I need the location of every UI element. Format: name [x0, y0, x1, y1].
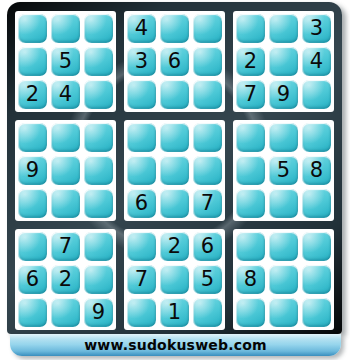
- cell-r1c3-empty[interactable]: [84, 14, 113, 43]
- box-1-1: 524: [15, 11, 116, 112]
- cell-r8c6-given[interactable]: 5: [193, 265, 222, 294]
- cell-r5c3-empty[interactable]: [84, 156, 113, 185]
- cell-r8c4-given[interactable]: 7: [127, 265, 156, 294]
- cell-r1c6-empty[interactable]: [193, 14, 222, 43]
- cell-r3c3-empty[interactable]: [84, 80, 113, 109]
- cell-r4c3-empty[interactable]: [84, 123, 113, 152]
- cell-r5c9-given[interactable]: 8: [302, 156, 331, 185]
- cell-r9c5-given[interactable]: 1: [160, 298, 189, 327]
- cell-r3c2-given[interactable]: 4: [51, 80, 80, 109]
- cell-r8c8-empty[interactable]: [269, 265, 298, 294]
- cell-r6c5-empty[interactable]: [160, 189, 189, 218]
- cell-r7c3-empty[interactable]: [84, 232, 113, 261]
- cell-r5c6-empty[interactable]: [193, 156, 222, 185]
- cell-r3c4-empty[interactable]: [127, 80, 156, 109]
- box-3-1: 7629: [15, 229, 116, 330]
- cell-r6c1-empty[interactable]: [18, 189, 47, 218]
- sudoku-board: 52443632479967587629267518: [15, 11, 334, 330]
- cell-r4c5-empty[interactable]: [160, 123, 189, 152]
- cell-r6c2-empty[interactable]: [51, 189, 80, 218]
- cell-r7c9-empty[interactable]: [302, 232, 331, 261]
- cell-r4c7-empty[interactable]: [236, 123, 265, 152]
- box-3-3: 8: [233, 229, 334, 330]
- cell-r6c7-empty[interactable]: [236, 189, 265, 218]
- box-3-2: 26751: [124, 229, 225, 330]
- cell-r2c7-given[interactable]: 2: [236, 47, 265, 76]
- cell-r6c9-empty[interactable]: [302, 189, 331, 218]
- cell-r7c8-empty[interactable]: [269, 232, 298, 261]
- cell-r3c7-given[interactable]: 7: [236, 80, 265, 109]
- cell-r2c3-empty[interactable]: [84, 47, 113, 76]
- cell-r2c2-given[interactable]: 5: [51, 47, 80, 76]
- cell-r1c2-empty[interactable]: [51, 14, 80, 43]
- cell-r4c8-empty[interactable]: [269, 123, 298, 152]
- cell-r3c6-empty[interactable]: [193, 80, 222, 109]
- cell-r7c6-given[interactable]: 6: [193, 232, 222, 261]
- cell-r6c3-empty[interactable]: [84, 189, 113, 218]
- cell-r9c9-empty[interactable]: [302, 298, 331, 327]
- cell-r4c9-empty[interactable]: [302, 123, 331, 152]
- box-1-2: 436: [124, 11, 225, 112]
- cell-r2c1-empty[interactable]: [18, 47, 47, 76]
- cell-r2c6-empty[interactable]: [193, 47, 222, 76]
- cell-r6c4-given[interactable]: 6: [127, 189, 156, 218]
- cell-r6c6-given[interactable]: 7: [193, 189, 222, 218]
- cell-r1c4-given[interactable]: 4: [127, 14, 156, 43]
- cell-r5c1-given[interactable]: 9: [18, 156, 47, 185]
- cell-r1c5-empty[interactable]: [160, 14, 189, 43]
- cell-r4c6-empty[interactable]: [193, 123, 222, 152]
- footer-site-link[interactable]: www.sudokusweb.com: [84, 337, 267, 353]
- cell-r7c2-given[interactable]: 7: [51, 232, 80, 261]
- cell-r4c4-empty[interactable]: [127, 123, 156, 152]
- cell-r3c9-empty[interactable]: [302, 80, 331, 109]
- cell-r5c4-empty[interactable]: [127, 156, 156, 185]
- cell-r7c5-given[interactable]: 2: [160, 232, 189, 261]
- cell-r8c9-empty[interactable]: [302, 265, 331, 294]
- cell-r5c8-given[interactable]: 5: [269, 156, 298, 185]
- cell-r8c2-given[interactable]: 2: [51, 265, 80, 294]
- box-2-1: 9: [15, 120, 116, 221]
- cell-r8c7-given[interactable]: 8: [236, 265, 265, 294]
- cell-r7c7-empty[interactable]: [236, 232, 265, 261]
- cell-r8c5-empty[interactable]: [160, 265, 189, 294]
- cell-r7c4-empty[interactable]: [127, 232, 156, 261]
- cell-r4c1-empty[interactable]: [18, 123, 47, 152]
- cell-r3c8-given[interactable]: 9: [269, 80, 298, 109]
- cell-r5c7-empty[interactable]: [236, 156, 265, 185]
- cell-r9c4-empty[interactable]: [127, 298, 156, 327]
- cell-r1c7-empty[interactable]: [236, 14, 265, 43]
- cell-r8c3-empty[interactable]: [84, 265, 113, 294]
- board-frame: 52443632479967587629267518: [7, 2, 342, 334]
- box-2-2: 67: [124, 120, 225, 221]
- cell-r4c2-empty[interactable]: [51, 123, 80, 152]
- cell-r1c1-empty[interactable]: [18, 14, 47, 43]
- cell-r5c5-empty[interactable]: [160, 156, 189, 185]
- cell-r2c4-given[interactable]: 3: [127, 47, 156, 76]
- cell-r2c5-given[interactable]: 6: [160, 47, 189, 76]
- cell-r2c9-given[interactable]: 4: [302, 47, 331, 76]
- cell-r9c6-empty[interactable]: [193, 298, 222, 327]
- box-2-3: 58: [233, 120, 334, 221]
- box-1-3: 32479: [233, 11, 334, 112]
- cell-r9c7-empty[interactable]: [236, 298, 265, 327]
- footer-bar: www.sudokusweb.com: [10, 334, 341, 356]
- cell-r8c1-given[interactable]: 6: [18, 265, 47, 294]
- cell-r1c8-empty[interactable]: [269, 14, 298, 43]
- cell-r9c3-given[interactable]: 9: [84, 298, 113, 327]
- cell-r2c8-empty[interactable]: [269, 47, 298, 76]
- cell-r9c2-empty[interactable]: [51, 298, 80, 327]
- cell-r9c1-empty[interactable]: [18, 298, 47, 327]
- cell-r3c5-empty[interactable]: [160, 80, 189, 109]
- cell-r1c9-given[interactable]: 3: [302, 14, 331, 43]
- cell-r7c1-empty[interactable]: [18, 232, 47, 261]
- cell-r5c2-empty[interactable]: [51, 156, 80, 185]
- cell-r3c1-given[interactable]: 2: [18, 80, 47, 109]
- cell-r6c8-empty[interactable]: [269, 189, 298, 218]
- cell-r9c8-empty[interactable]: [269, 298, 298, 327]
